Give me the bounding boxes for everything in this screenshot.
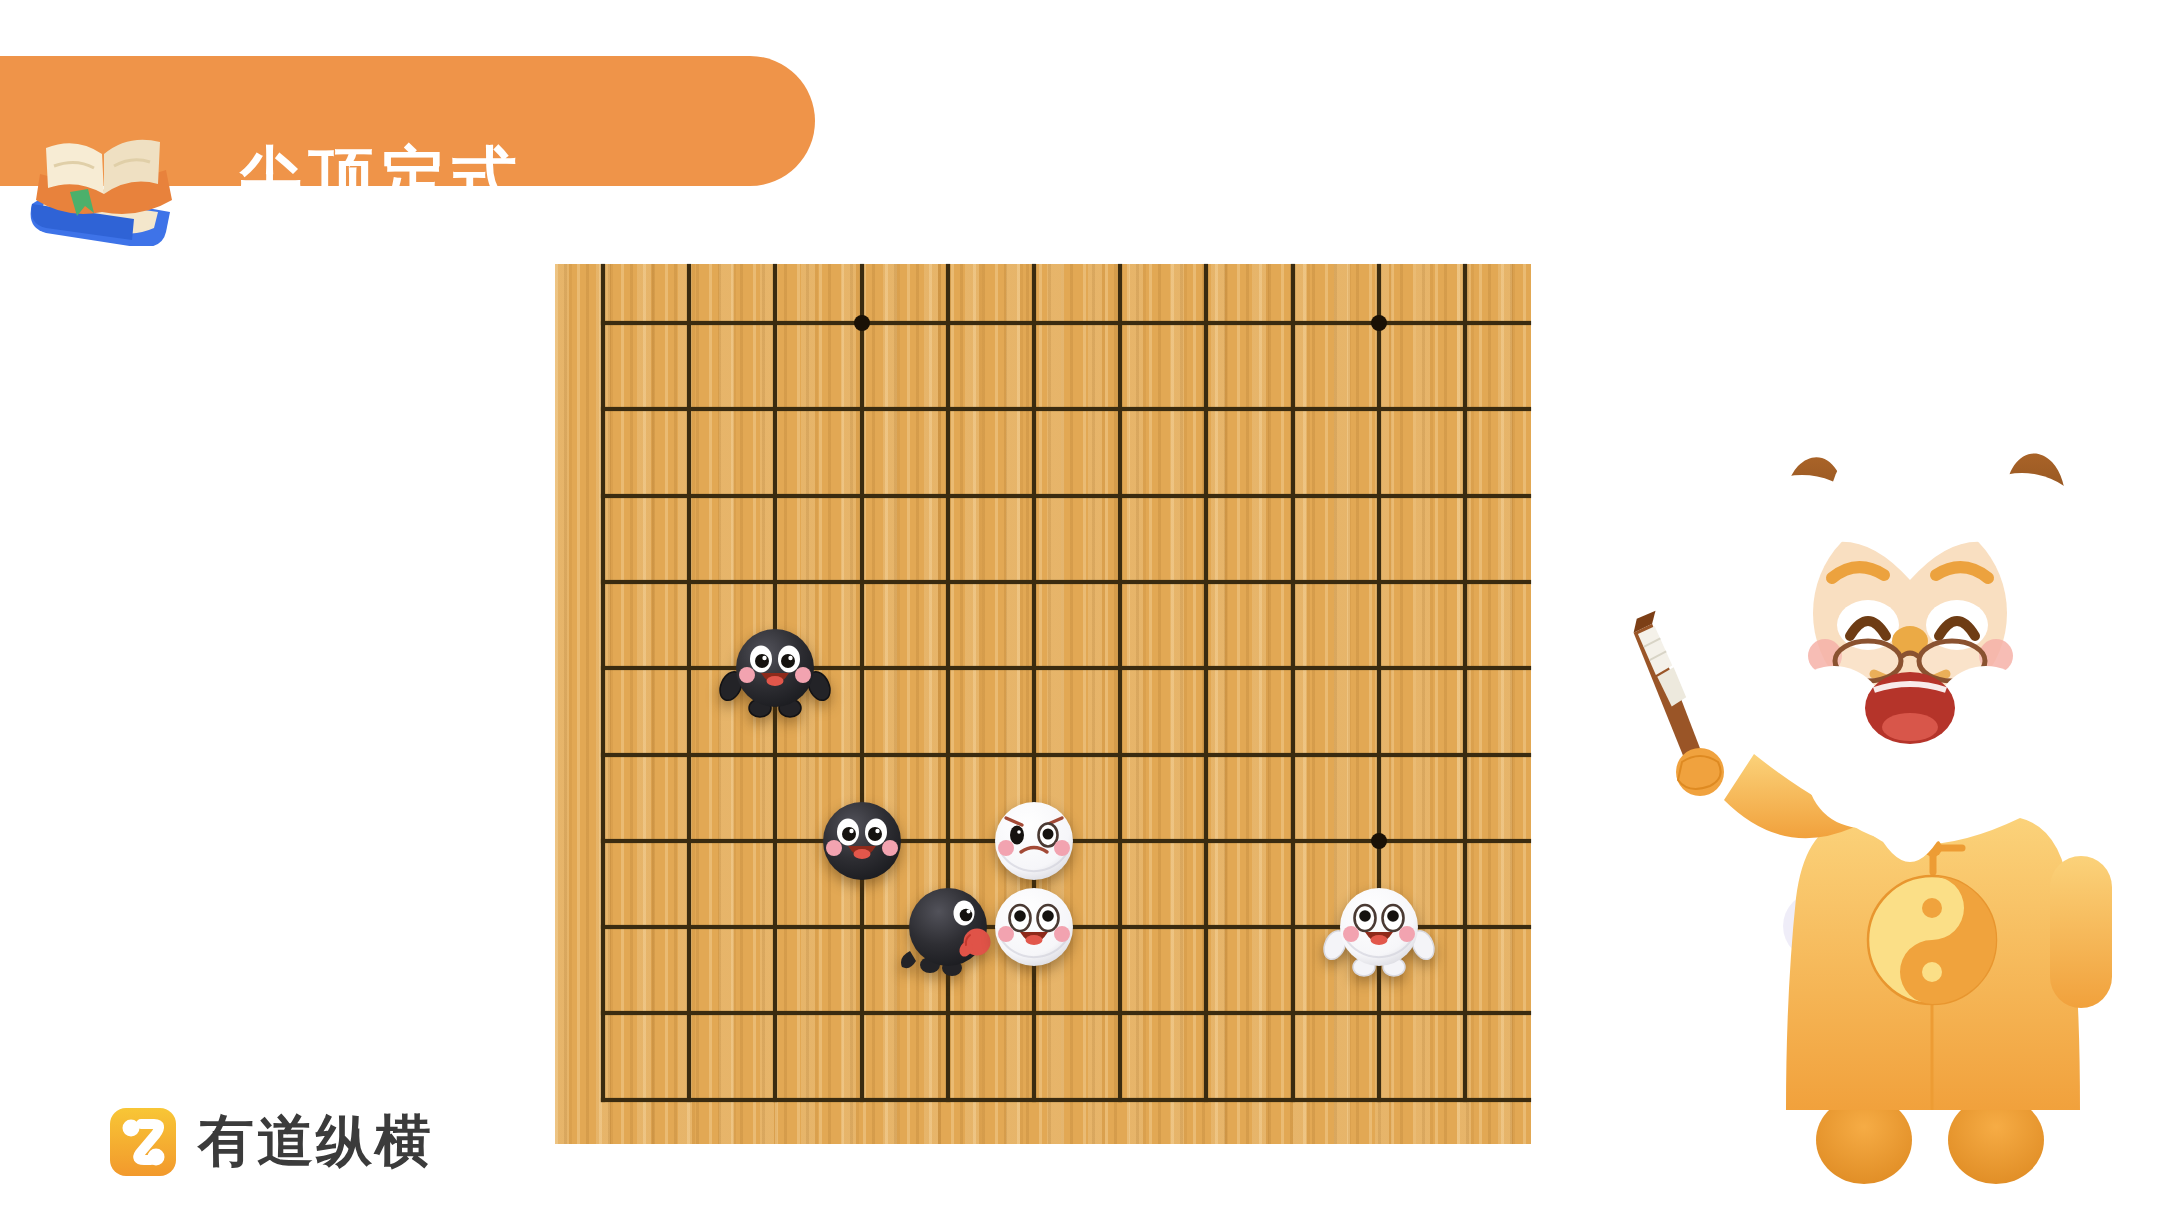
grid-line-vertical	[1291, 264, 1295, 1102]
go-stone-white-K3[interactable]	[1309, 863, 1449, 1003]
star-point-K10	[1371, 315, 1387, 331]
grid-line-vertical	[860, 264, 864, 1102]
star-point-K4	[1371, 833, 1387, 849]
grid-line-horizontal	[601, 407, 1531, 411]
grid-line-vertical	[1118, 264, 1122, 1102]
grid-line-horizontal	[601, 494, 1531, 498]
yinyang-icon	[1868, 876, 1996, 1004]
mascot-mouth	[1865, 672, 1955, 744]
books-icon	[18, 116, 186, 246]
grid-line-vertical	[687, 264, 691, 1102]
go-master-mascot	[1612, 428, 2132, 1203]
slide: 尖顶定式	[0, 0, 2180, 1230]
star-point-D10	[854, 315, 870, 331]
grid-line-horizontal	[601, 753, 1531, 757]
logo-icon	[110, 1108, 176, 1176]
grid-line-vertical	[601, 264, 605, 1102]
grid-line-horizontal	[601, 1011, 1531, 1015]
logo-text: 有道纵横	[198, 1104, 434, 1180]
go-stone-white-F3[interactable]	[964, 863, 1104, 1003]
mascot-hand	[1676, 748, 1724, 796]
go-stone-black-C6[interactable]	[705, 604, 845, 744]
grid-line-horizontal	[601, 580, 1531, 584]
page-title: 尖顶定式	[238, 112, 522, 242]
grid-line-vertical	[1463, 264, 1467, 1102]
grid-line-vertical	[1204, 264, 1208, 1102]
grid-line-horizontal	[601, 1098, 1531, 1102]
title-banner: 尖顶定式	[0, 56, 815, 186]
grid-line-horizontal	[601, 321, 1531, 325]
logo: 有道纵横	[110, 1104, 434, 1180]
go-board[interactable]	[555, 264, 1531, 1144]
